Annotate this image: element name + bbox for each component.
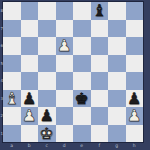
rank-label-6: 6: [0, 37, 4, 55]
square-c1[interactable]: ♚: [38, 125, 56, 143]
square-e3[interactable]: ♚: [73, 90, 91, 108]
rank-labels: 87654321: [0, 2, 4, 142]
chess-diagram: ♝♟♝♟♚♟♟♟♟♚ 87654321 abcdefgh: [0, 0, 150, 150]
piece-white-king: ♚: [38, 125, 56, 143]
square-c7[interactable]: [38, 20, 56, 38]
square-h8[interactable]: [126, 2, 144, 20]
square-g6[interactable]: [108, 37, 126, 55]
square-d4[interactable]: [56, 72, 74, 90]
square-c4[interactable]: [38, 72, 56, 90]
square-h7[interactable]: [126, 20, 144, 38]
square-a2[interactable]: [3, 107, 21, 125]
file-label-h: h: [126, 142, 144, 150]
square-c5[interactable]: [38, 55, 56, 73]
square-b6[interactable]: [21, 37, 39, 55]
file-label-f: f: [91, 142, 109, 150]
square-g7[interactable]: [108, 20, 126, 38]
rank-label-4: 4: [0, 72, 4, 90]
piece-black-bishop: ♝: [91, 2, 109, 20]
square-f7[interactable]: [91, 20, 109, 38]
square-a1[interactable]: [3, 125, 21, 143]
square-f1[interactable]: [91, 125, 109, 143]
square-g8[interactable]: [108, 2, 126, 20]
square-e5[interactable]: [73, 55, 91, 73]
square-f4[interactable]: [91, 72, 109, 90]
piece-white-bishop: ♝: [3, 90, 21, 108]
square-d1[interactable]: [56, 125, 74, 143]
rank-label-8: 8: [0, 2, 4, 20]
square-h5[interactable]: [126, 55, 144, 73]
square-f5[interactable]: [91, 55, 109, 73]
square-b8[interactable]: [21, 2, 39, 20]
rank-label-2: 2: [0, 107, 4, 125]
square-a7[interactable]: [3, 20, 21, 38]
square-c8[interactable]: [38, 2, 56, 20]
file-label-b: b: [21, 142, 39, 150]
square-b3[interactable]: ♟: [21, 90, 39, 108]
square-e1[interactable]: [73, 125, 91, 143]
square-d3[interactable]: [56, 90, 74, 108]
square-d5[interactable]: [56, 55, 74, 73]
square-f6[interactable]: [91, 37, 109, 55]
square-c6[interactable]: [38, 37, 56, 55]
square-a3[interactable]: ♝: [3, 90, 21, 108]
square-d6[interactable]: ♟: [56, 37, 74, 55]
square-f2[interactable]: [91, 107, 109, 125]
square-a6[interactable]: [3, 37, 21, 55]
square-d2[interactable]: [56, 107, 74, 125]
square-g4[interactable]: [108, 72, 126, 90]
square-b7[interactable]: [21, 20, 39, 38]
square-b5[interactable]: [21, 55, 39, 73]
square-a8[interactable]: [3, 2, 21, 20]
piece-black-pawn: ♟: [126, 90, 144, 108]
square-b2[interactable]: ♟: [21, 107, 39, 125]
square-g1[interactable]: [108, 125, 126, 143]
rank-label-5: 5: [0, 55, 4, 73]
square-e6[interactable]: [73, 37, 91, 55]
piece-black-pawn: ♟: [38, 107, 56, 125]
piece-white-pawn: ♟: [126, 107, 144, 125]
chess-board: ♝♟♝♟♚♟♟♟♟♚: [3, 2, 143, 142]
piece-black-king: ♚: [73, 90, 91, 108]
square-f3[interactable]: [91, 90, 109, 108]
square-h1[interactable]: [126, 125, 144, 143]
square-h6[interactable]: [126, 37, 144, 55]
file-label-a: a: [3, 142, 21, 150]
square-e7[interactable]: [73, 20, 91, 38]
file-label-d: d: [56, 142, 74, 150]
square-g3[interactable]: [108, 90, 126, 108]
square-d8[interactable]: [56, 2, 74, 20]
square-g2[interactable]: [108, 107, 126, 125]
piece-black-pawn: ♟: [21, 90, 39, 108]
file-label-g: g: [108, 142, 126, 150]
square-a5[interactable]: [3, 55, 21, 73]
square-h2[interactable]: ♟: [126, 107, 144, 125]
file-labels: abcdefgh: [3, 142, 143, 150]
piece-white-pawn: ♟: [56, 37, 74, 55]
square-b1[interactable]: [21, 125, 39, 143]
square-f8[interactable]: ♝: [91, 2, 109, 20]
square-h3[interactable]: ♟: [126, 90, 144, 108]
square-a4[interactable]: [3, 72, 21, 90]
square-b4[interactable]: [21, 72, 39, 90]
file-label-c: c: [38, 142, 56, 150]
square-e8[interactable]: [73, 2, 91, 20]
rank-label-7: 7: [0, 20, 4, 38]
square-c3[interactable]: [38, 90, 56, 108]
square-h4[interactable]: [126, 72, 144, 90]
rank-label-1: 1: [0, 125, 4, 143]
piece-white-pawn: ♟: [21, 107, 39, 125]
square-e2[interactable]: [73, 107, 91, 125]
file-label-e: e: [73, 142, 91, 150]
rank-label-3: 3: [0, 90, 4, 108]
square-d7[interactable]: [56, 20, 74, 38]
square-g5[interactable]: [108, 55, 126, 73]
square-e4[interactable]: [73, 72, 91, 90]
square-c2[interactable]: ♟: [38, 107, 56, 125]
